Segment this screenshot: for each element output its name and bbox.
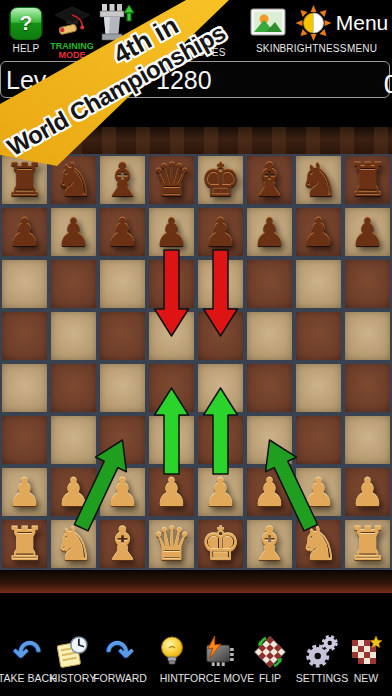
bottom-toolbar: ↶ TAKE BACK HISTORY ↷ FORW [0,600,392,696]
square-a5[interactable] [0,310,49,362]
black-pawn: ♟ [98,206,147,258]
black-bishop: ♝ [245,154,294,206]
board-frame-top [0,127,392,154]
settings-button[interactable]: SETTINGS [296,634,349,684]
square-c3[interactable] [98,414,147,466]
square-a2[interactable]: ♟ [0,466,49,518]
chess-app-screen: ? HELP TRAINING MODE [0,0,392,696]
square-c2[interactable]: ♟ [98,466,147,518]
white-pawn: ♟ [49,466,98,518]
moves-button[interactable]: MOVES [188,8,225,58]
square-g8[interactable]: ♞ [294,154,343,206]
square-a3[interactable] [0,414,49,466]
mode-label: MODE [50,51,94,60]
white-pawn: ♟ [0,466,49,518]
white-pawn: ♟ [147,466,196,518]
white-pawn: ♟ [245,466,294,518]
square-b4[interactable] [49,362,98,414]
square-g3[interactable] [294,414,343,466]
square-a7[interactable]: ♟ [0,206,49,258]
square-f8[interactable]: ♝ [245,154,294,206]
black-rook: ♜ [0,154,49,206]
show-moves-button[interactable] [99,4,135,42]
menu-text: Menu [336,5,389,41]
square-b2[interactable]: ♟ [49,466,98,518]
white-pawn: ♟ [98,466,147,518]
square-a8[interactable]: ♜ [0,154,49,206]
take-back-label: TAKE BACK [0,672,56,684]
square-e1[interactable]: ♚ [196,518,245,570]
new-game-icon [350,634,382,670]
settings-label: SETTINGS [296,672,349,684]
square-h6[interactable] [343,258,392,310]
square-h4[interactable] [343,362,392,414]
white-rook: ♜ [0,518,49,570]
top-toolbar: ? HELP TRAINING MODE [0,0,392,60]
moves-label: MOVES [188,47,225,58]
square-g2[interactable]: ♟ [294,466,343,518]
black-pawn: ♟ [49,206,98,258]
status-bar: Lev 1280 00:00 00:00 [0,61,390,98]
square-d8[interactable]: ♛ [147,154,196,206]
new-label: NEW [350,672,382,684]
white-pawn: ♟ [196,466,245,518]
square-h2[interactable]: ♟ [343,466,392,518]
square-f1[interactable]: ♝ [245,518,294,570]
square-e2[interactable]: ♟ [196,466,245,518]
square-c5[interactable] [98,310,147,362]
square-c7[interactable]: ♟ [98,206,147,258]
rating-value: 1280 [156,66,212,95]
square-d7[interactable]: ♟ [147,206,196,258]
black-pawn: ♟ [147,206,196,258]
white-bishop: ♝ [245,518,294,570]
white-queen: ♛ [147,518,196,570]
hint-label: HINT [158,672,186,684]
black-queen: ♛ [147,154,196,206]
redo-arrow-icon: ↷ [106,635,135,669]
white-bishop: ♝ [98,518,147,570]
force-move-label: FORCE MOVE [184,672,255,684]
square-f4[interactable] [245,362,294,414]
black-king: ♚ [196,154,245,206]
square-c6[interactable] [98,258,147,310]
graduation-cap-icon [50,4,94,42]
square-b7[interactable]: ♟ [49,206,98,258]
square-d1[interactable]: ♛ [147,518,196,570]
square-b5[interactable] [49,310,98,362]
white-king: ♚ [196,518,245,570]
square-a6[interactable] [0,258,49,310]
white-knight: ♞ [294,518,343,570]
square-c8[interactable]: ♝ [98,154,147,206]
square-e5[interactable] [196,310,245,362]
square-e8[interactable]: ♚ [196,154,245,206]
new-game-button[interactable]: NEW [350,634,382,684]
force-move-button[interactable]: FORCE MOVE [184,634,255,684]
square-d6[interactable] [147,258,196,310]
history-label: HISTORY [50,672,96,684]
square-e4[interactable] [196,362,245,414]
cpu-chip-icon [184,634,255,670]
square-g4[interactable] [294,362,343,414]
black-knight: ♞ [294,154,343,206]
black-bishop: ♝ [98,154,147,206]
black-pawn: ♟ [343,206,392,258]
history-button[interactable]: HISTORY [50,634,96,684]
square-f6[interactable] [245,258,294,310]
chess-board: ♜♞♝♛♚♝♞♜♟♟♟♟♟♟♟♟♟♟♟♟♟♟♟♟♜♞♝♛♚♝♞♜ [0,154,392,570]
black-knight: ♞ [49,154,98,206]
black-pawn: ♟ [245,206,294,258]
square-h3[interactable] [343,414,392,466]
question-mark-icon: ? [10,7,43,40]
square-f7[interactable]: ♟ [245,206,294,258]
help-label: HELP [10,43,43,54]
white-pawn: ♟ [343,466,392,518]
square-g5[interactable] [294,310,343,362]
square-f2[interactable]: ♟ [245,466,294,518]
castle-tower-icon [99,4,135,42]
black-pawn: ♟ [196,206,245,258]
flip-label: FLIP [253,672,287,684]
menu-button[interactable]: Menu MENU [336,4,389,54]
white-knight: ♞ [49,518,98,570]
white-pawn: ♟ [294,466,343,518]
white-rook: ♜ [343,518,392,570]
square-b6[interactable] [49,258,98,310]
lightbulb-icon [158,634,186,670]
square-f5[interactable] [245,310,294,362]
black-pawn: ♟ [0,206,49,258]
gears-icon [296,634,349,670]
black-clock: 00:00 [384,70,392,99]
forward-button[interactable]: ↷ FORWARD [93,634,147,684]
undo-arrow-icon: ↶ [13,635,42,669]
square-a1[interactable]: ♜ [0,518,49,570]
square-g6[interactable] [294,258,343,310]
square-g1[interactable]: ♞ [294,518,343,570]
square-f3[interactable] [245,414,294,466]
square-h1[interactable]: ♜ [343,518,392,570]
square-b1[interactable]: ♞ [49,518,98,570]
square-a4[interactable] [0,362,49,414]
square-e3[interactable] [196,414,245,466]
forward-label: FORWARD [93,672,147,684]
flip-board-icon [253,634,287,670]
square-h7[interactable]: ♟ [343,206,392,258]
square-d2[interactable]: ♟ [147,466,196,518]
square-d3[interactable] [147,414,196,466]
square-b8[interactable]: ♞ [49,154,98,206]
square-c4[interactable] [98,362,147,414]
history-notepad-icon [50,634,96,670]
square-h5[interactable] [343,310,392,362]
square-c1[interactable]: ♝ [98,518,147,570]
square-b3[interactable] [49,414,98,466]
square-e6[interactable] [196,258,245,310]
flip-button[interactable]: FLIP [253,634,287,684]
square-h8[interactable]: ♜ [343,154,392,206]
square-d5[interactable] [147,310,196,362]
take-back-button[interactable]: ↶ TAKE BACK [0,634,56,684]
training-mode-button[interactable]: TRAINING MODE [50,4,94,60]
hint-button[interactable]: HINT [158,634,186,684]
black-rook: ♜ [343,154,392,206]
black-pawn: ♟ [294,206,343,258]
board-frame-bottom [0,570,392,593]
menu-label: MENU [336,43,389,54]
square-d4[interactable] [147,362,196,414]
help-button[interactable]: ? HELP [10,4,43,54]
square-g7[interactable]: ♟ [294,206,343,258]
level-label: Lev [6,66,46,95]
square-e7[interactable]: ♟ [196,206,245,258]
